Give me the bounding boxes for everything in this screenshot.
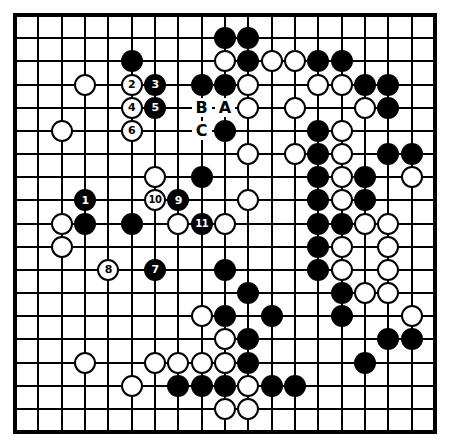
black-stone (214, 74, 236, 96)
white-stone (237, 375, 259, 397)
white-stone (144, 352, 166, 374)
move-number-label: 1 (81, 195, 88, 206)
white-stone (307, 74, 329, 96)
black-stone (331, 213, 353, 235)
black-stone (191, 166, 213, 188)
point-label-c: C (192, 121, 212, 140)
white-stone-move-8: 8 (97, 259, 119, 281)
white-stone (237, 74, 259, 96)
black-stone (331, 282, 353, 304)
black-stone (377, 74, 399, 96)
black-stone (191, 375, 213, 397)
move-number-label: 4 (128, 102, 135, 113)
black-stone-move-3: 3 (144, 74, 166, 96)
white-stone (121, 375, 143, 397)
point-label-b: B (192, 98, 212, 117)
go-board: 2345611091187BAC (0, 0, 450, 448)
white-stone (354, 97, 376, 119)
black-stone (307, 213, 329, 235)
move-number-label: 2 (128, 79, 135, 90)
white-stone (401, 305, 423, 327)
white-stone (74, 352, 96, 374)
white-stone (354, 282, 376, 304)
white-stone (191, 305, 213, 327)
white-stone (401, 166, 423, 188)
black-stone (284, 375, 306, 397)
black-stone (354, 74, 376, 96)
black-stone (401, 143, 423, 165)
black-stone-move-11: 11 (191, 213, 213, 235)
white-stone (354, 213, 376, 235)
go-diagram: 2345611091187BAC (0, 0, 450, 448)
black-stone (121, 50, 143, 72)
white-stone (377, 259, 399, 281)
white-stone (214, 352, 236, 374)
black-stone (354, 166, 376, 188)
black-stone (214, 305, 236, 327)
black-stone (121, 213, 143, 235)
white-stone (284, 97, 306, 119)
black-stone (74, 213, 96, 235)
white-stone-move-6: 6 (121, 120, 143, 142)
black-stone (214, 259, 236, 281)
white-stone (331, 120, 353, 142)
white-stone (214, 398, 236, 420)
black-stone (307, 120, 329, 142)
black-stone (377, 97, 399, 119)
white-stone (377, 213, 399, 235)
white-stone (74, 74, 96, 96)
black-stone (331, 305, 353, 327)
move-number-label: 7 (151, 264, 158, 275)
move-number-label: 11 (195, 219, 208, 229)
black-stone-move-7: 7 (144, 259, 166, 281)
move-number-label: 3 (151, 79, 158, 90)
white-stone (237, 97, 259, 119)
white-stone (284, 143, 306, 165)
black-stone (214, 375, 236, 397)
move-number-label: 9 (175, 195, 182, 206)
move-number-label: 10 (149, 195, 162, 205)
black-stone (214, 120, 236, 142)
white-stone (167, 213, 189, 235)
white-stone (331, 74, 353, 96)
move-number-label: 5 (151, 102, 158, 113)
white-stone (377, 236, 399, 258)
white-stone (144, 166, 166, 188)
grid-line-horizontal (15, 246, 435, 248)
black-stone (191, 74, 213, 96)
move-number-label: 8 (105, 264, 112, 275)
white-stone (51, 236, 73, 258)
black-stone (307, 236, 329, 258)
white-stone-move-2: 2 (121, 74, 143, 96)
white-stone (331, 236, 353, 258)
white-stone (261, 50, 283, 72)
white-stone (331, 189, 353, 211)
white-stone-move-4: 4 (121, 97, 143, 119)
white-stone (331, 166, 353, 188)
point-label-a: A (215, 98, 235, 117)
black-stone (401, 328, 423, 350)
black-stone (261, 375, 283, 397)
white-stone (51, 120, 73, 142)
black-stone (261, 305, 283, 327)
black-stone (307, 259, 329, 281)
white-stone (331, 259, 353, 281)
move-number-label: 6 (128, 125, 135, 136)
black-stone (354, 352, 376, 374)
white-stone (167, 352, 189, 374)
black-stone (237, 352, 259, 374)
white-stone (51, 213, 73, 235)
black-stone-move-5: 5 (144, 97, 166, 119)
black-stone (331, 50, 353, 72)
white-stone (237, 398, 259, 420)
white-stone (214, 213, 236, 235)
grid-line-horizontal (15, 153, 435, 155)
white-stone (191, 352, 213, 374)
black-stone (214, 27, 236, 49)
white-stone (331, 143, 353, 165)
black-stone (167, 375, 189, 397)
